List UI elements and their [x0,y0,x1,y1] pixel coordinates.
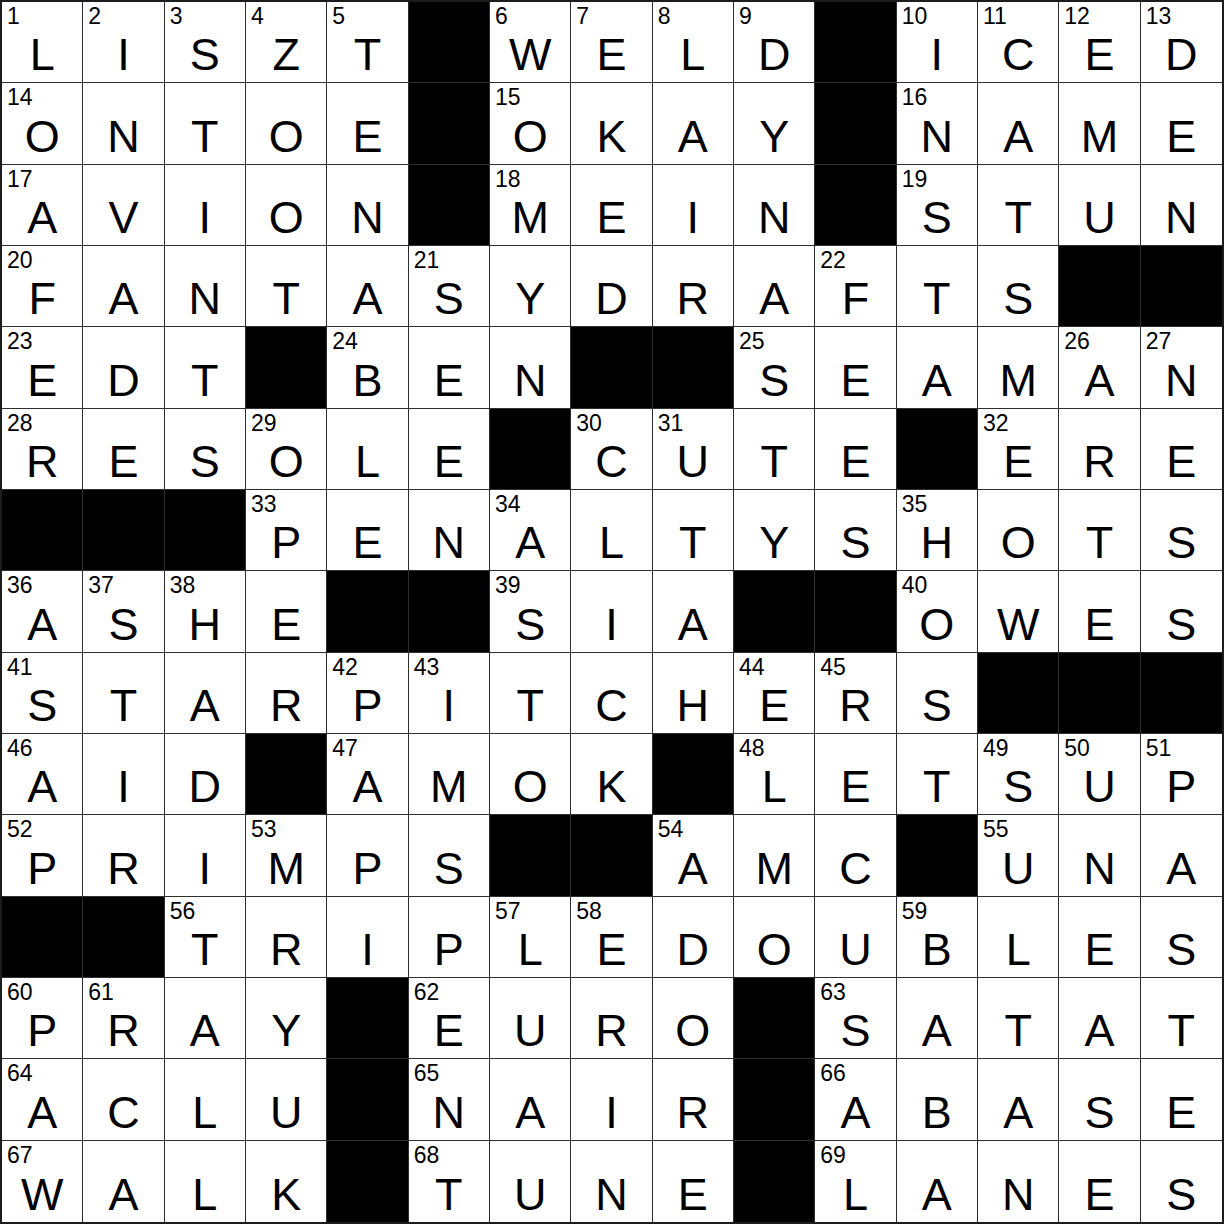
clue-number: 15 [495,84,521,110]
cell-letter: M [409,764,489,809]
cell-r12c12[interactable]: 59B [897,897,978,978]
cell-r5c11[interactable]: E [815,327,896,408]
cell-r6c10[interactable]: T [734,409,815,490]
cell-r10c2[interactable]: I [83,734,164,815]
cell-r1c2[interactable]: 2I [83,2,164,83]
cell-r13c12[interactable]: A [897,978,978,1059]
cell-r12c10[interactable]: O [734,897,815,978]
cell-r1c12[interactable]: 10I [897,2,978,83]
cell-letter: M [246,846,326,891]
cell-r11c6[interactable]: S [409,815,490,896]
cell-letter: I [327,927,407,972]
cell-r15c9[interactable]: E [653,1141,734,1222]
cell-letter: N [327,195,407,240]
cell-r11c14[interactable]: N [1059,815,1140,896]
cell-r12c3[interactable]: 56T [165,897,246,978]
clue-number: 18 [495,166,521,192]
cell-r14c1[interactable]: 64A [2,1059,83,1140]
cell-r8c3[interactable]: 38H [165,571,246,652]
cell-r4c12[interactable]: T [897,246,978,327]
cell-r6c1[interactable]: 28R [2,409,83,490]
cell-letter: T [327,32,407,77]
cell-r14c2[interactable]: C [83,1059,164,1140]
cell-r9c5[interactable]: 42P [327,653,408,734]
cell-r11c15[interactable]: A [1141,815,1222,896]
cell-r12c5[interactable]: I [327,897,408,978]
cell-r15c3[interactable]: L [165,1141,246,1222]
cell-r11c13[interactable]: 55U [978,815,1059,896]
cell-r2c10[interactable]: Y [734,83,815,164]
cell-letter: E [571,32,651,77]
cell-letter: T [897,276,977,321]
cell-r9c11[interactable]: 45R [815,653,896,734]
cell-letter: E [327,114,407,159]
cell-letter: O [246,195,326,240]
cell-r10c14[interactable]: 50U [1059,734,1140,815]
cell-r9c3[interactable]: A [165,653,246,734]
cell-r7c15[interactable]: S [1141,490,1222,571]
cell-letter: R [246,927,326,972]
cell-r9c4[interactable]: R [246,653,327,734]
cell-r11c9[interactable]: 54A [653,815,734,896]
cell-r15c11[interactable]: 69L [815,1141,896,1222]
cell-r14c4[interactable]: U [246,1059,327,1140]
cell-r10c8[interactable]: K [571,734,652,815]
cell-r6c8[interactable]: 30C [571,409,652,490]
cell-r1c13[interactable]: 11C [978,2,1059,83]
cell-letter: T [653,520,733,565]
cell-letter: C [571,683,651,728]
cell-r1c3[interactable]: 3S [165,2,246,83]
cell-r13c3[interactable]: A [165,978,246,1059]
cell-r11c5[interactable]: P [327,815,408,896]
clue-number: 23 [7,328,33,354]
cell-r3c14[interactable]: U [1059,165,1140,246]
cell-r1c15[interactable]: 13D [1141,2,1222,83]
cell-letter: A [490,520,570,565]
cell-letter: E [1059,927,1139,972]
cell-r3c13[interactable]: T [978,165,1059,246]
cell-r9c14 [1059,653,1140,734]
cell-r13c2[interactable]: 61R [83,978,164,1059]
cell-r1c10[interactable]: 9D [734,2,815,83]
cell-r6c15[interactable]: E [1141,409,1222,490]
cell-r13c13[interactable]: T [978,978,1059,1059]
cell-r1c7[interactable]: 6W [490,2,571,83]
cell-r13c1[interactable]: 60P [2,978,83,1059]
cell-r12c15[interactable]: S [1141,897,1222,978]
cell-r7c8[interactable]: L [571,490,652,571]
cell-letter: W [490,32,570,77]
cell-r2c7[interactable]: 15O [490,83,571,164]
cell-r15c13[interactable]: N [978,1141,1059,1222]
clue-number: 21 [414,247,440,273]
cell-letter: R [83,846,163,891]
cell-letter: H [653,683,733,728]
cell-r7c7[interactable]: 34A [490,490,571,571]
cell-r11c2[interactable]: R [83,815,164,896]
cell-letter: A [978,1090,1058,1135]
cell-r14c7[interactable]: A [490,1059,571,1140]
cell-r3c1[interactable]: 17A [2,165,83,246]
cell-r1c8[interactable]: 7E [571,2,652,83]
cell-r9c8[interactable]: C [571,653,652,734]
cell-letter: E [327,520,407,565]
cell-r14c3[interactable]: L [165,1059,246,1140]
cell-r15c2[interactable]: A [83,1141,164,1222]
cell-letter: K [246,1172,326,1217]
cell-letter: Y [734,520,814,565]
cell-r13c9[interactable]: O [653,978,734,1059]
cell-r4c1[interactable]: 20F [2,246,83,327]
cell-r3c7[interactable]: 18M [490,165,571,246]
cell-letter: S [1059,1090,1139,1135]
cell-r5c14[interactable]: 26A [1059,327,1140,408]
cell-r2c5[interactable]: E [327,83,408,164]
clue-number: 34 [495,491,521,517]
cell-r14c13[interactable]: A [978,1059,1059,1140]
cell-r8c8[interactable]: I [571,571,652,652]
cell-r11c10[interactable]: M [734,815,815,896]
cell-letter: Y [734,114,814,159]
cell-r8c11 [815,571,896,652]
clue-number: 37 [88,572,114,598]
cell-r13c7[interactable]: U [490,978,571,1059]
cell-r4c11[interactable]: 22F [815,246,896,327]
cell-r6c2[interactable]: E [83,409,164,490]
cell-r14c15[interactable]: E [1141,1059,1222,1140]
cell-r11c4[interactable]: 53M [246,815,327,896]
cell-r2c13[interactable]: A [978,83,1059,164]
cell-letter: I [165,846,245,891]
cell-r9c10[interactable]: 44E [734,653,815,734]
cell-r3c3[interactable]: I [165,165,246,246]
cell-r15c15[interactable]: S [1141,1141,1222,1222]
cell-r7c10[interactable]: Y [734,490,815,571]
cell-r8c13[interactable]: W [978,571,1059,652]
cell-r10c11[interactable]: E [815,734,896,815]
cell-r9c1[interactable]: 41S [2,653,83,734]
cell-r14c8[interactable]: I [571,1059,652,1140]
cell-letter: H [165,602,245,647]
cell-r4c5[interactable]: A [327,246,408,327]
cell-letter: N [897,114,977,159]
cell-r8c2[interactable]: 37S [83,571,164,652]
cell-r7c11[interactable]: S [815,490,896,571]
cell-letter: A [815,1090,895,1135]
cell-r3c10[interactable]: N [734,165,815,246]
cell-r13c15[interactable]: T [1141,978,1222,1059]
cell-r11c1[interactable]: 52P [2,815,83,896]
cell-r5c12[interactable]: A [897,327,978,408]
cell-r5c2[interactable]: D [83,327,164,408]
cell-r10c10[interactable]: 48L [734,734,815,815]
cell-r3c9[interactable]: I [653,165,734,246]
cell-letter: B [327,358,407,403]
clue-number: 30 [576,410,602,436]
cell-r5c6[interactable]: E [409,327,490,408]
cell-r3c15[interactable]: N [1141,165,1222,246]
cell-r8c9[interactable]: A [653,571,734,652]
cell-r4c8[interactable]: D [571,246,652,327]
cell-letter: U [653,439,733,484]
cell-r13c14[interactable]: A [1059,978,1140,1059]
cell-letter: U [246,1090,326,1135]
cell-r5c5[interactable]: 24B [327,327,408,408]
cell-r3c8[interactable]: E [571,165,652,246]
cell-r11c7 [490,815,571,896]
cell-letter: E [2,358,82,403]
cell-r13c8[interactable]: R [571,978,652,1059]
clue-number: 31 [658,410,684,436]
cell-letter: S [1141,602,1222,647]
cell-letter: T [165,114,245,159]
cell-r8c14[interactable]: E [1059,571,1140,652]
cell-r8c7[interactable]: 39S [490,571,571,652]
cell-r12c6[interactable]: P [409,897,490,978]
cell-r4c4[interactable]: T [246,246,327,327]
cell-r11c11[interactable]: C [815,815,896,896]
cell-r1c1[interactable]: 1L [2,2,83,83]
cell-r10c6[interactable]: M [409,734,490,815]
cell-r8c12[interactable]: 40O [897,571,978,652]
cell-r14c12[interactable]: B [897,1059,978,1140]
cell-r2c8[interactable]: K [571,83,652,164]
cell-r14c14[interactable]: S [1059,1059,1140,1140]
clue-number: 17 [7,166,33,192]
cell-letter: S [165,32,245,77]
cell-r6c13[interactable]: 32E [978,409,1059,490]
cell-letter: O [978,520,1058,565]
cell-letter: A [1141,846,1222,891]
clue-number: 33 [251,491,277,517]
cell-r10c5[interactable]: 47A [327,734,408,815]
cell-r7c13[interactable]: O [978,490,1059,571]
cell-letter: A [83,276,163,321]
cell-r1c14[interactable]: 12E [1059,2,1140,83]
clue-number: 58 [576,898,602,924]
cell-letter: N [165,276,245,321]
cell-r7c12[interactable]: 35H [897,490,978,571]
cell-r4c3[interactable]: N [165,246,246,327]
cell-r9c12[interactable]: S [897,653,978,734]
cell-r6c6[interactable]: E [409,409,490,490]
cell-letter: I [409,683,489,728]
cell-r12c8[interactable]: 58E [571,897,652,978]
cell-r5c7[interactable]: N [490,327,571,408]
cell-letter: S [815,520,895,565]
cell-r4c6[interactable]: 21S [409,246,490,327]
cell-r2c14[interactable]: M [1059,83,1140,164]
cell-r10c7[interactable]: O [490,734,571,815]
cell-r15c5 [327,1141,408,1222]
clue-number: 40 [902,572,928,598]
cell-r4c10[interactable]: A [734,246,815,327]
cell-r2c2[interactable]: N [83,83,164,164]
cell-r3c11 [815,165,896,246]
cell-r15c7[interactable]: U [490,1141,571,1222]
cell-letter: D [165,764,245,809]
cell-r9c2[interactable]: T [83,653,164,734]
cell-r4c15 [1141,246,1222,327]
cell-r11c3[interactable]: I [165,815,246,896]
cell-letter: D [653,927,733,972]
cell-r14c5 [327,1059,408,1140]
cell-r3c5[interactable]: N [327,165,408,246]
cell-letter: R [1059,439,1139,484]
cell-r7c6[interactable]: N [409,490,490,571]
cell-r13c6[interactable]: 62E [409,978,490,1059]
cell-r4c2[interactable]: A [83,246,164,327]
cell-r10c3[interactable]: D [165,734,246,815]
cell-r5c3[interactable]: T [165,327,246,408]
cell-r7c4[interactable]: 33P [246,490,327,571]
clue-number: 10 [902,3,928,29]
cell-letter: O [246,114,326,159]
cell-r10c4 [246,734,327,815]
cell-r8c4[interactable]: E [246,571,327,652]
cell-letter: H [897,520,977,565]
cell-r10c13[interactable]: 49S [978,734,1059,815]
cell-r6c3[interactable]: S [165,409,246,490]
cell-r6c11[interactable]: E [815,409,896,490]
cell-r1c4[interactable]: 4Z [246,2,327,83]
cell-letter: W [978,602,1058,647]
cell-r2c12[interactable]: 16N [897,83,978,164]
cell-r7c5[interactable]: E [327,490,408,571]
cell-letter: N [978,1172,1058,1217]
cell-r2c4[interactable]: O [246,83,327,164]
cell-r2c9[interactable]: A [653,83,734,164]
cell-r13c5 [327,978,408,1059]
clue-number: 55 [983,816,1009,842]
cell-r12c14[interactable]: E [1059,897,1140,978]
cell-letter: O [490,764,570,809]
cell-r12c4[interactable]: R [246,897,327,978]
cell-r2c1[interactable]: 14O [2,83,83,164]
cell-r4c13[interactable]: S [978,246,1059,327]
clue-number: 49 [983,735,1009,761]
clue-number: 12 [1064,3,1090,29]
cell-r13c11[interactable]: 63S [815,978,896,1059]
cell-r5c1[interactable]: 23E [2,327,83,408]
cell-letter: L [653,32,733,77]
cell-r4c7[interactable]: Y [490,246,571,327]
cell-letter: E [246,602,326,647]
cell-r7c14[interactable]: T [1059,490,1140,571]
cell-r1c9[interactable]: 8L [653,2,734,83]
clue-number: 28 [7,410,33,436]
cell-r12c13[interactable]: L [978,897,1059,978]
cell-r10c15[interactable]: 51P [1141,734,1222,815]
cell-r3c12[interactable]: 19S [897,165,978,246]
cell-letter: S [978,276,1058,321]
clue-number: 11 [983,3,1007,29]
cell-r14c9[interactable]: R [653,1059,734,1140]
crossword-grid: 1L2I3S4Z5T6W7E8L9D10I11C12E13D14ONTOE15O… [0,0,1224,1224]
cell-letter: U [1059,764,1139,809]
clue-number: 1 [7,3,20,29]
cell-r10c1[interactable]: 46A [2,734,83,815]
cell-letter: P [2,1008,82,1053]
clue-number: 9 [739,3,752,29]
cell-r7c9[interactable]: T [653,490,734,571]
cell-letter: I [897,32,977,77]
cell-r15c8[interactable]: N [571,1141,652,1222]
cell-r3c4[interactable]: O [246,165,327,246]
cell-r6c14[interactable]: R [1059,409,1140,490]
clue-number: 13 [1146,3,1172,29]
cell-r15c1[interactable]: 67W [2,1141,83,1222]
cell-letter: E [83,439,163,484]
cell-letter: O [653,1008,733,1053]
cell-letter: R [571,1008,651,1053]
clue-number: 25 [739,328,765,354]
cell-r4c9[interactable]: R [653,246,734,327]
cell-letter: R [815,683,895,728]
cell-r1c5[interactable]: 5T [327,2,408,83]
cell-r15c6[interactable]: 68T [409,1141,490,1222]
cell-r12c11[interactable]: U [815,897,896,978]
cell-r8c15[interactable]: S [1141,571,1222,652]
cell-r9c6[interactable]: 43I [409,653,490,734]
cell-r8c5 [327,571,408,652]
cell-r12c9[interactable]: D [653,897,734,978]
clue-number: 6 [495,3,508,29]
cell-r9c7[interactable]: T [490,653,571,734]
cell-r2c3[interactable]: T [165,83,246,164]
clue-number: 36 [7,572,33,598]
cell-letter: T [409,1172,489,1217]
cell-r5c15[interactable]: 27N [1141,327,1222,408]
cell-r15c12[interactable]: A [897,1141,978,1222]
clue-number: 53 [251,816,277,842]
cell-r7c2 [83,490,164,571]
cell-r9c13 [978,653,1059,734]
cell-letter: T [490,683,570,728]
cell-r12c7[interactable]: 57L [490,897,571,978]
cell-letter: E [734,683,814,728]
cell-r13c4[interactable]: Y [246,978,327,1059]
cell-letter: P [327,846,407,891]
cell-letter: P [2,846,82,891]
clue-number: 5 [332,3,345,29]
cell-r6c9[interactable]: 31U [653,409,734,490]
cell-r14c6[interactable]: 65N [409,1059,490,1140]
cell-letter: R [83,1008,163,1053]
cell-r5c13[interactable]: M [978,327,1059,408]
cell-letter: E [409,1008,489,1053]
clue-number: 29 [251,410,277,436]
cell-r6c4[interactable]: 29O [246,409,327,490]
cell-r14c11[interactable]: 66A [815,1059,896,1140]
cell-r8c1[interactable]: 36A [2,571,83,652]
cell-r15c14[interactable]: E [1059,1141,1140,1222]
clue-number: 56 [170,898,196,924]
clue-number: 66 [820,1060,846,1086]
cell-r6c5[interactable]: L [327,409,408,490]
clue-number: 16 [902,84,928,110]
cell-r5c10[interactable]: 25S [734,327,815,408]
cell-r10c12[interactable]: T [897,734,978,815]
cell-letter: A [490,1090,570,1135]
cell-r15c4[interactable]: K [246,1141,327,1222]
cell-r2c15[interactable]: E [1141,83,1222,164]
cell-r3c2[interactable]: V [83,165,164,246]
cell-letter: E [1059,602,1139,647]
cell-r9c9[interactable]: H [653,653,734,734]
clue-number: 38 [170,572,196,598]
